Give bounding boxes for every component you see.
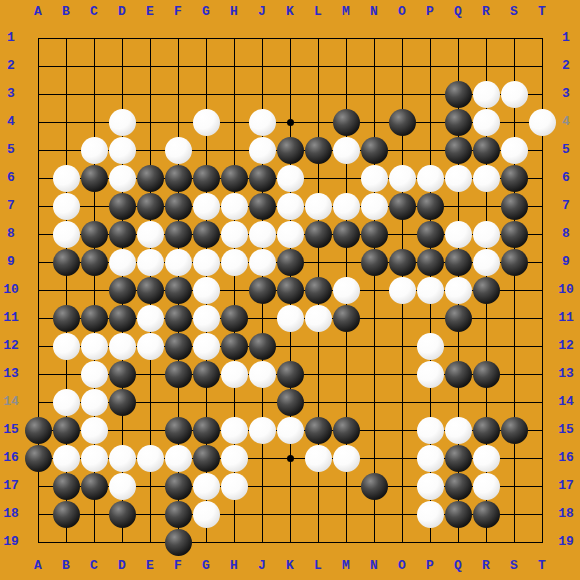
board-cell[interactable] — [108, 192, 136, 220]
board-cell[interactable] — [52, 108, 80, 136]
board-cell[interactable] — [304, 24, 332, 52]
board-cell[interactable] — [80, 360, 108, 388]
board-cell[interactable] — [500, 80, 528, 108]
board-cell[interactable] — [416, 136, 444, 164]
board-cell[interactable] — [24, 136, 52, 164]
board-cell[interactable] — [220, 388, 248, 416]
board-cell[interactable] — [500, 52, 528, 80]
board-cell[interactable] — [444, 276, 472, 304]
board-cell[interactable] — [332, 52, 360, 80]
board-cell[interactable] — [52, 416, 80, 444]
board-cell[interactable] — [52, 332, 80, 360]
board-cell[interactable] — [416, 528, 444, 556]
board-cell[interactable] — [500, 108, 528, 136]
board-cell[interactable] — [472, 220, 500, 248]
board-cell[interactable] — [24, 52, 52, 80]
board-cell[interactable] — [332, 220, 360, 248]
board-cell[interactable] — [220, 248, 248, 276]
board-cell[interactable] — [472, 276, 500, 304]
board-cell[interactable] — [332, 500, 360, 528]
board-cell[interactable] — [360, 416, 388, 444]
board-cell[interactable] — [164, 108, 192, 136]
board-cell[interactable] — [136, 192, 164, 220]
board-cell[interactable] — [136, 52, 164, 80]
board-cell[interactable] — [136, 164, 164, 192]
board-cell[interactable] — [164, 528, 192, 556]
board-cell[interactable] — [164, 304, 192, 332]
board-cell[interactable] — [136, 444, 164, 472]
board-cell[interactable] — [416, 332, 444, 360]
board-cell[interactable] — [52, 24, 80, 52]
board-cell[interactable] — [108, 388, 136, 416]
board-cell[interactable] — [528, 332, 556, 360]
board-cell[interactable] — [192, 276, 220, 304]
board-cell[interactable] — [24, 444, 52, 472]
board-cell[interactable] — [360, 108, 388, 136]
board-cell[interactable] — [220, 164, 248, 192]
board-cell[interactable] — [304, 388, 332, 416]
board-cell[interactable] — [164, 500, 192, 528]
board-cell[interactable] — [416, 108, 444, 136]
board-cell[interactable] — [164, 332, 192, 360]
board-cell[interactable] — [472, 192, 500, 220]
board-cell[interactable] — [444, 444, 472, 472]
board-cell[interactable] — [360, 248, 388, 276]
board-cell[interactable] — [192, 192, 220, 220]
board-cell[interactable] — [500, 416, 528, 444]
board-cell[interactable] — [220, 136, 248, 164]
board-cell[interactable] — [136, 276, 164, 304]
board-cell[interactable] — [444, 332, 472, 360]
board-cell[interactable] — [220, 52, 248, 80]
board-cell[interactable] — [276, 332, 304, 360]
board-cell[interactable] — [192, 248, 220, 276]
board-cell[interactable] — [500, 388, 528, 416]
board-cell[interactable] — [528, 276, 556, 304]
board-cell[interactable] — [52, 164, 80, 192]
board-cell[interactable] — [416, 24, 444, 52]
board-cell[interactable] — [444, 136, 472, 164]
board-cell[interactable] — [164, 52, 192, 80]
board-cell[interactable] — [304, 276, 332, 304]
board-cell[interactable] — [472, 444, 500, 472]
board-cell[interactable] — [304, 444, 332, 472]
board-cell[interactable] — [164, 276, 192, 304]
board-cell[interactable] — [332, 472, 360, 500]
board-cell[interactable] — [220, 192, 248, 220]
board-cell[interactable] — [444, 472, 472, 500]
board-cell[interactable] — [304, 164, 332, 192]
board-cell[interactable] — [528, 248, 556, 276]
board-cell[interactable] — [52, 444, 80, 472]
board-cell[interactable] — [360, 52, 388, 80]
board-cell[interactable] — [528, 164, 556, 192]
board-cell[interactable] — [276, 360, 304, 388]
board-cell[interactable] — [108, 108, 136, 136]
board-cell[interactable] — [220, 80, 248, 108]
board-cell[interactable] — [500, 304, 528, 332]
board-cell[interactable] — [388, 416, 416, 444]
board-cell[interactable] — [528, 472, 556, 500]
board-cell[interactable] — [528, 24, 556, 52]
board-cell[interactable] — [444, 416, 472, 444]
board-cell[interactable] — [220, 444, 248, 472]
board-cell[interactable] — [136, 360, 164, 388]
board-cell[interactable] — [248, 108, 276, 136]
board-cell[interactable] — [80, 164, 108, 192]
board-cell[interactable] — [136, 248, 164, 276]
board-cell[interactable] — [472, 304, 500, 332]
board-cell[interactable] — [108, 248, 136, 276]
board-cell[interactable] — [472, 360, 500, 388]
board-cell[interactable] — [192, 108, 220, 136]
board-cell[interactable] — [164, 80, 192, 108]
board-cell[interactable] — [24, 248, 52, 276]
board-cell[interactable] — [136, 500, 164, 528]
board-cell[interactable] — [332, 528, 360, 556]
board-cell[interactable] — [164, 472, 192, 500]
board-cell[interactable] — [220, 304, 248, 332]
board-cell[interactable] — [388, 52, 416, 80]
board-cell[interactable] — [248, 332, 276, 360]
board-cell[interactable] — [500, 500, 528, 528]
board-cell[interactable] — [528, 528, 556, 556]
board-cell[interactable] — [276, 164, 304, 192]
board-cell[interactable] — [500, 248, 528, 276]
board-cell[interactable] — [164, 136, 192, 164]
board-cell[interactable] — [164, 220, 192, 248]
board-cell[interactable] — [276, 248, 304, 276]
board-cell[interactable] — [276, 528, 304, 556]
board-cell[interactable] — [108, 360, 136, 388]
board-cell[interactable] — [136, 416, 164, 444]
board-cell[interactable] — [472, 332, 500, 360]
board-cell[interactable] — [332, 136, 360, 164]
board-cell[interactable] — [388, 276, 416, 304]
board-cell[interactable] — [220, 528, 248, 556]
board-cell[interactable] — [444, 360, 472, 388]
board-cell[interactable] — [332, 192, 360, 220]
board-cell[interactable] — [444, 248, 472, 276]
board-cell[interactable] — [80, 24, 108, 52]
board-cell[interactable] — [528, 360, 556, 388]
board-cell[interactable] — [220, 276, 248, 304]
board-cell[interactable] — [332, 388, 360, 416]
board-cell[interactable] — [24, 388, 52, 416]
board-cell[interactable] — [332, 444, 360, 472]
board-cell[interactable] — [164, 444, 192, 472]
board-cell[interactable] — [80, 388, 108, 416]
board-cell[interactable] — [80, 500, 108, 528]
board-cell[interactable] — [500, 164, 528, 192]
board-cell[interactable] — [360, 360, 388, 388]
board-cell[interactable] — [472, 108, 500, 136]
board-cell[interactable] — [24, 276, 52, 304]
board-cell[interactable] — [136, 24, 164, 52]
board-cell[interactable] — [332, 164, 360, 192]
board-cell[interactable] — [304, 248, 332, 276]
board-cell[interactable] — [388, 108, 416, 136]
board-cell[interactable] — [192, 304, 220, 332]
board-cell[interactable] — [444, 80, 472, 108]
board-cell[interactable] — [360, 444, 388, 472]
board-cell[interactable] — [136, 108, 164, 136]
board-cell[interactable] — [360, 304, 388, 332]
board-cell[interactable] — [332, 332, 360, 360]
board-cell[interactable] — [528, 500, 556, 528]
board-cell[interactable] — [332, 108, 360, 136]
board-cell[interactable] — [52, 500, 80, 528]
board-cell[interactable] — [164, 24, 192, 52]
board-cell[interactable] — [444, 528, 472, 556]
board-cell[interactable] — [192, 472, 220, 500]
board-cell[interactable] — [136, 304, 164, 332]
board-cell[interactable] — [192, 136, 220, 164]
board-cell[interactable] — [80, 444, 108, 472]
board-cell[interactable] — [108, 80, 136, 108]
board-cell[interactable] — [24, 164, 52, 192]
board-cell[interactable] — [332, 248, 360, 276]
board-cell[interactable] — [80, 276, 108, 304]
board-cell[interactable] — [248, 52, 276, 80]
board-cell[interactable] — [360, 388, 388, 416]
board-cell[interactable] — [52, 192, 80, 220]
board-cell[interactable] — [80, 528, 108, 556]
board-cell[interactable] — [24, 24, 52, 52]
board-cell[interactable] — [360, 164, 388, 192]
board-cell[interactable] — [52, 360, 80, 388]
board-cell[interactable] — [360, 472, 388, 500]
board-cell[interactable] — [80, 332, 108, 360]
board-cell[interactable] — [528, 220, 556, 248]
board-cell[interactable] — [416, 192, 444, 220]
board-cell[interactable] — [444, 192, 472, 220]
board-cell[interactable] — [24, 80, 52, 108]
board-cell[interactable] — [108, 52, 136, 80]
board-cell[interactable] — [80, 136, 108, 164]
board-cell[interactable] — [500, 332, 528, 360]
board-cell[interactable] — [388, 164, 416, 192]
board-cell[interactable] — [52, 136, 80, 164]
board-cell[interactable] — [332, 304, 360, 332]
board-cell[interactable] — [192, 80, 220, 108]
board-cell[interactable] — [360, 24, 388, 52]
board-cell[interactable] — [332, 24, 360, 52]
board-cell[interactable] — [192, 24, 220, 52]
board-cell[interactable] — [444, 108, 472, 136]
board-cell[interactable] — [276, 304, 304, 332]
board-cell[interactable] — [80, 248, 108, 276]
board-cell[interactable] — [304, 304, 332, 332]
board-cell[interactable] — [528, 444, 556, 472]
board-cell[interactable] — [360, 136, 388, 164]
board-cell[interactable] — [444, 220, 472, 248]
board-cell[interactable] — [528, 388, 556, 416]
board-cell[interactable] — [220, 24, 248, 52]
board-cell[interactable] — [24, 220, 52, 248]
board-cell[interactable] — [388, 136, 416, 164]
board-cell[interactable] — [472, 136, 500, 164]
board-cell[interactable] — [80, 80, 108, 108]
board-cell[interactable] — [164, 416, 192, 444]
board-cell[interactable] — [136, 136, 164, 164]
board-cell[interactable] — [248, 276, 276, 304]
board-cell[interactable] — [24, 304, 52, 332]
board-cell[interactable] — [24, 472, 52, 500]
board-cell[interactable] — [360, 332, 388, 360]
board-cell[interactable] — [24, 192, 52, 220]
board-cell[interactable] — [416, 388, 444, 416]
board-cell[interactable] — [52, 388, 80, 416]
board-cell[interactable] — [24, 416, 52, 444]
board-cell[interactable] — [248, 388, 276, 416]
board-cell[interactable] — [416, 472, 444, 500]
board-cell[interactable] — [472, 248, 500, 276]
board-cell[interactable] — [500, 528, 528, 556]
board-cell[interactable] — [500, 220, 528, 248]
board-cell[interactable] — [248, 444, 276, 472]
board-cell[interactable] — [416, 360, 444, 388]
board-cell[interactable] — [276, 220, 304, 248]
board-cell[interactable] — [444, 304, 472, 332]
board-cell[interactable] — [24, 500, 52, 528]
board-cell[interactable] — [248, 304, 276, 332]
board-cell[interactable] — [388, 304, 416, 332]
board-cell[interactable] — [248, 360, 276, 388]
board-cell[interactable] — [444, 164, 472, 192]
board-cell[interactable] — [304, 332, 332, 360]
board-cell[interactable] — [388, 220, 416, 248]
board-cell[interactable] — [276, 136, 304, 164]
board-cell[interactable] — [388, 472, 416, 500]
board-cell[interactable] — [472, 416, 500, 444]
board-cell[interactable] — [108, 304, 136, 332]
board-cell[interactable] — [192, 388, 220, 416]
board-cell[interactable] — [444, 388, 472, 416]
board-cell[interactable] — [500, 24, 528, 52]
board-cell[interactable] — [304, 192, 332, 220]
board-cell[interactable] — [80, 52, 108, 80]
board-cell[interactable] — [360, 220, 388, 248]
board-cell[interactable] — [108, 220, 136, 248]
board-cell[interactable] — [136, 332, 164, 360]
board-cell[interactable] — [52, 52, 80, 80]
board-cell[interactable] — [192, 52, 220, 80]
board-cell[interactable] — [276, 444, 304, 472]
board-cell[interactable] — [388, 388, 416, 416]
board-cell[interactable] — [108, 528, 136, 556]
board-cell[interactable] — [192, 360, 220, 388]
board-cell[interactable] — [276, 108, 304, 136]
board-cell[interactable] — [248, 220, 276, 248]
board-cell[interactable] — [276, 388, 304, 416]
board-cell[interactable] — [472, 528, 500, 556]
board-cell[interactable] — [52, 276, 80, 304]
board-cell[interactable] — [360, 80, 388, 108]
board-cell[interactable] — [276, 52, 304, 80]
board-cell[interactable] — [276, 500, 304, 528]
board-cell[interactable] — [360, 192, 388, 220]
board-cell[interactable] — [220, 108, 248, 136]
board-cell[interactable] — [248, 192, 276, 220]
board-cell[interactable] — [332, 276, 360, 304]
board-cell[interactable] — [220, 332, 248, 360]
board-cell[interactable] — [276, 472, 304, 500]
board-cell[interactable] — [192, 500, 220, 528]
board-cell[interactable] — [276, 24, 304, 52]
board-cell[interactable] — [416, 52, 444, 80]
board-cell[interactable] — [52, 528, 80, 556]
board-cell[interactable] — [500, 192, 528, 220]
board-cell[interactable] — [52, 80, 80, 108]
board-cell[interactable] — [528, 304, 556, 332]
board-cell[interactable] — [360, 276, 388, 304]
board-cell[interactable] — [416, 304, 444, 332]
board-cell[interactable] — [332, 80, 360, 108]
board-cell[interactable] — [24, 332, 52, 360]
board-cell[interactable] — [52, 304, 80, 332]
board-cell[interactable] — [444, 24, 472, 52]
board-cell[interactable] — [164, 164, 192, 192]
board-cell[interactable] — [444, 52, 472, 80]
board-cell[interactable] — [360, 528, 388, 556]
board-cell[interactable] — [220, 472, 248, 500]
board-cell[interactable] — [304, 500, 332, 528]
board-cell[interactable] — [472, 24, 500, 52]
board-cell[interactable] — [472, 164, 500, 192]
board-cell[interactable] — [500, 472, 528, 500]
board-cell[interactable] — [416, 164, 444, 192]
board-cell[interactable] — [276, 416, 304, 444]
board-cell[interactable] — [388, 500, 416, 528]
board-cell[interactable] — [80, 192, 108, 220]
board-cell[interactable] — [80, 416, 108, 444]
board-cell[interactable] — [304, 360, 332, 388]
board-cell[interactable] — [276, 276, 304, 304]
board-cell[interactable] — [164, 192, 192, 220]
board-cell[interactable] — [52, 220, 80, 248]
board-cell[interactable] — [528, 52, 556, 80]
board-cell[interactable] — [472, 472, 500, 500]
board-cell[interactable] — [248, 80, 276, 108]
board-cell[interactable] — [108, 444, 136, 472]
board-cell[interactable] — [192, 220, 220, 248]
board-cell[interactable] — [136, 80, 164, 108]
board-cell[interactable] — [304, 136, 332, 164]
board-cell[interactable] — [80, 304, 108, 332]
board-cell[interactable] — [304, 528, 332, 556]
board-cell[interactable] — [444, 500, 472, 528]
board-cell[interactable] — [136, 472, 164, 500]
board-cell[interactable] — [360, 500, 388, 528]
board-cell[interactable] — [472, 80, 500, 108]
board-cell[interactable] — [192, 528, 220, 556]
board-cell[interactable] — [108, 136, 136, 164]
board-cell[interactable] — [472, 52, 500, 80]
board-cell[interactable] — [248, 136, 276, 164]
board-cell[interactable] — [276, 192, 304, 220]
board-cell[interactable] — [416, 444, 444, 472]
board-cell[interactable] — [248, 528, 276, 556]
board-cell[interactable] — [248, 416, 276, 444]
board-cell[interactable] — [220, 220, 248, 248]
board-cell[interactable] — [388, 444, 416, 472]
board-cell[interactable] — [108, 500, 136, 528]
board-cell[interactable] — [388, 80, 416, 108]
board-cell[interactable] — [108, 164, 136, 192]
board-cell[interactable] — [528, 192, 556, 220]
board-cell[interactable] — [528, 136, 556, 164]
